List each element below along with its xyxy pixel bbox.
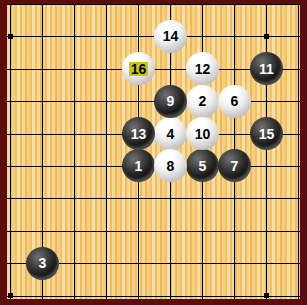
stone-white-8: 8 [154, 149, 187, 182]
move-number: 8 [167, 159, 175, 173]
stone-white-6: 6 [218, 85, 251, 118]
stone-black-15: 15 [250, 117, 283, 150]
stone-white-14: 14 [154, 20, 187, 53]
move-number: 14 [163, 29, 179, 43]
move-number: 1 [135, 159, 143, 173]
last-move-number: 16 [129, 62, 149, 76]
move-number: 4 [167, 127, 175, 141]
move-number: 13 [131, 127, 147, 141]
move-number: 9 [167, 94, 175, 108]
stone-white-16: 16 [122, 52, 155, 85]
stones-layer: 12345678910111213141516 [0, 0, 307, 305]
move-number: 11 [259, 62, 274, 76]
stone-white-12: 12 [186, 52, 219, 85]
move-number: 10 [195, 127, 211, 141]
stone-white-2: 2 [186, 85, 219, 118]
move-number: 15 [259, 127, 275, 141]
stone-black-13: 13 [122, 117, 155, 150]
move-number: 12 [195, 62, 211, 76]
stone-black-7: 7 [218, 149, 251, 182]
stone-black-9: 9 [154, 85, 187, 118]
stone-black-1: 1 [122, 149, 155, 182]
stone-black-3: 3 [26, 247, 59, 280]
move-number: 7 [231, 159, 239, 173]
stone-white-4: 4 [154, 117, 187, 150]
stone-white-10: 10 [186, 117, 219, 150]
stone-black-5: 5 [186, 149, 219, 182]
move-number: 5 [199, 159, 207, 173]
go-board: 12345678910111213141516 [0, 0, 307, 305]
move-number: 2 [199, 94, 207, 108]
board-surface[interactable]: 12345678910111213141516 [7, 4, 300, 299]
stone-black-11: 11 [250, 52, 283, 85]
move-number: 3 [39, 256, 47, 270]
move-number: 6 [231, 94, 239, 108]
